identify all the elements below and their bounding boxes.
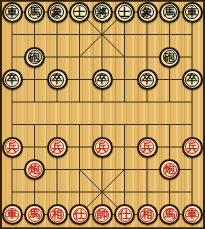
black-chariot[interactable]: 車 [2, 2, 23, 23]
board-point-d3[interactable] [68, 136, 91, 159]
board-point-a8[interactable] [1, 23, 24, 46]
board-point-a7[interactable] [1, 46, 24, 69]
board-point-g2[interactable] [136, 158, 159, 181]
board-point-a9[interactable]: 車 [1, 1, 24, 24]
board-point-a2[interactable] [1, 158, 24, 181]
black-horse[interactable]: 馬 [24, 2, 45, 23]
red-horse[interactable]: 馬 [159, 204, 180, 225]
board-point-h2[interactable]: 炮 [158, 158, 181, 181]
board-point-g8[interactable] [136, 23, 159, 46]
board-point-d8[interactable] [68, 23, 91, 46]
red-soldier[interactable]: 兵 [182, 137, 203, 158]
board-point-g1[interactable] [136, 181, 159, 204]
board-point-i9[interactable]: 車 [181, 1, 204, 24]
red-soldier[interactable]: 兵 [92, 137, 113, 158]
red-advisor[interactable]: 仕 [69, 204, 90, 225]
black-horse[interactable]: 馬 [159, 2, 180, 23]
board-point-f9[interactable]: 士 [113, 1, 136, 24]
board-point-d5[interactable] [68, 91, 91, 114]
board-point-b6[interactable] [23, 68, 46, 91]
board-point-b7[interactable]: 砲 [23, 46, 46, 69]
board-point-i5[interactable] [181, 91, 204, 114]
board-point-e2[interactable] [91, 158, 114, 181]
board-point-i7[interactable] [181, 46, 204, 69]
board-point-c3[interactable]: 兵 [46, 136, 69, 159]
board-point-g9[interactable]: 象 [136, 1, 159, 24]
board-point-c1[interactable] [46, 181, 69, 204]
board-point-e6[interactable]: 卒 [91, 68, 114, 91]
red-horse[interactable]: 馬 [24, 204, 45, 225]
board-point-b1[interactable] [23, 181, 46, 204]
board-point-f5[interactable] [113, 91, 136, 114]
board-point-i1[interactable] [181, 181, 204, 204]
black-elephant[interactable]: 象 [137, 2, 158, 23]
board-point-a4[interactable] [1, 113, 24, 136]
board-point-b5[interactable] [23, 91, 46, 114]
board-point-b3[interactable] [23, 136, 46, 159]
board-point-e8[interactable] [91, 23, 114, 46]
board-point-h1[interactable] [158, 181, 181, 204]
board-point-f0[interactable]: 仕 [113, 203, 136, 226]
black-advisor[interactable]: 士 [69, 2, 90, 23]
black-advisor[interactable]: 士 [114, 2, 135, 23]
black-soldier[interactable]: 卒 [92, 69, 113, 90]
black-general[interactable]: 將 [92, 2, 113, 23]
black-soldier[interactable]: 卒 [47, 69, 68, 90]
board-point-h7[interactable]: 砲 [158, 46, 181, 69]
board-point-d1[interactable] [68, 181, 91, 204]
board-point-e9[interactable]: 將 [91, 1, 114, 24]
board-point-h6[interactable] [158, 68, 181, 91]
board-point-b4[interactable] [23, 113, 46, 136]
board-point-h8[interactable] [158, 23, 181, 46]
red-chariot[interactable]: 車 [2, 204, 23, 225]
board-point-a3[interactable]: 兵 [1, 136, 24, 159]
board-point-i6[interactable]: 卒 [181, 68, 204, 91]
board-point-i2[interactable] [181, 158, 204, 181]
board-point-h4[interactable] [158, 113, 181, 136]
board-point-g0[interactable]: 相 [136, 203, 159, 226]
board-point-h5[interactable] [158, 91, 181, 114]
board-point-i0[interactable]: 車 [181, 203, 204, 226]
board-point-i8[interactable] [181, 23, 204, 46]
board-point-f1[interactable] [113, 181, 136, 204]
red-elephant[interactable]: 相 [47, 204, 68, 225]
board-point-c6[interactable]: 卒 [46, 68, 69, 91]
board-point-g5[interactable] [136, 91, 159, 114]
board-point-b2[interactable]: 炮 [23, 158, 46, 181]
board-point-d0[interactable]: 仕 [68, 203, 91, 226]
board-point-c9[interactable]: 象 [46, 1, 69, 24]
board-point-a1[interactable] [1, 181, 24, 204]
board-points: 車馬象士將士象馬車砲砲卒卒卒卒卒兵兵兵兵兵炮炮車馬相仕帥仕相馬車 [1, 1, 204, 226]
board-point-f6[interactable] [113, 68, 136, 91]
board-point-d9[interactable]: 士 [68, 1, 91, 24]
board-point-i4[interactable] [181, 113, 204, 136]
board-point-e3[interactable]: 兵 [91, 136, 114, 159]
black-soldier[interactable]: 卒 [2, 69, 23, 90]
board-point-f4[interactable] [113, 113, 136, 136]
board-point-h0[interactable]: 馬 [158, 203, 181, 226]
black-elephant[interactable]: 象 [47, 2, 68, 23]
board-point-c2[interactable] [46, 158, 69, 181]
board-point-c5[interactable] [46, 91, 69, 114]
red-chariot[interactable]: 車 [182, 204, 203, 225]
board-point-g7[interactable] [136, 46, 159, 69]
black-soldier[interactable]: 卒 [137, 69, 158, 90]
red-cannon[interactable]: 炮 [159, 159, 180, 180]
board-point-e0[interactable]: 帥 [91, 203, 114, 226]
red-soldier[interactable]: 兵 [2, 137, 23, 158]
board-point-e4[interactable] [91, 113, 114, 136]
board-point-g3[interactable]: 兵 [136, 136, 159, 159]
board-point-g4[interactable] [136, 113, 159, 136]
board-point-a5[interactable] [1, 91, 24, 114]
board-point-c0[interactable]: 相 [46, 203, 69, 226]
red-elephant[interactable]: 相 [137, 204, 158, 225]
black-cannon[interactable]: 砲 [24, 47, 45, 68]
board-point-f3[interactable] [113, 136, 136, 159]
board-point-b9[interactable]: 馬 [23, 1, 46, 24]
board-point-b0[interactable]: 馬 [23, 203, 46, 226]
board-point-c8[interactable] [46, 23, 69, 46]
red-general[interactable]: 帥 [92, 204, 113, 225]
red-soldier[interactable]: 兵 [47, 137, 68, 158]
board-point-e1[interactable] [91, 181, 114, 204]
board-point-d2[interactable] [68, 158, 91, 181]
board-point-a0[interactable]: 車 [1, 203, 24, 226]
black-chariot[interactable]: 車 [182, 2, 203, 23]
board-point-b8[interactable] [23, 23, 46, 46]
red-advisor[interactable]: 仕 [114, 204, 135, 225]
board-point-d4[interactable] [68, 113, 91, 136]
board-point-d6[interactable] [68, 68, 91, 91]
board-point-c4[interactable] [46, 113, 69, 136]
red-cannon[interactable]: 炮 [24, 159, 45, 180]
xiangqi-board: 車馬象士將士象馬車砲砲卒卒卒卒卒兵兵兵兵兵炮炮車馬相仕帥仕相馬車 [0, 0, 205, 229]
board-point-d7[interactable] [68, 46, 91, 69]
board-point-a6[interactable]: 卒 [1, 68, 24, 91]
board-point-h3[interactable] [158, 136, 181, 159]
board-point-f8[interactable] [113, 23, 136, 46]
board-point-f2[interactable] [113, 158, 136, 181]
black-soldier[interactable]: 卒 [182, 69, 203, 90]
board-point-c7[interactable] [46, 46, 69, 69]
board-point-e5[interactable] [91, 91, 114, 114]
board-point-f7[interactable] [113, 46, 136, 69]
red-soldier[interactable]: 兵 [137, 137, 158, 158]
board-point-g6[interactable]: 卒 [136, 68, 159, 91]
board-point-e7[interactable] [91, 46, 114, 69]
board-point-i3[interactable]: 兵 [181, 136, 204, 159]
black-cannon[interactable]: 砲 [159, 47, 180, 68]
board-point-h9[interactable]: 馬 [158, 1, 181, 24]
